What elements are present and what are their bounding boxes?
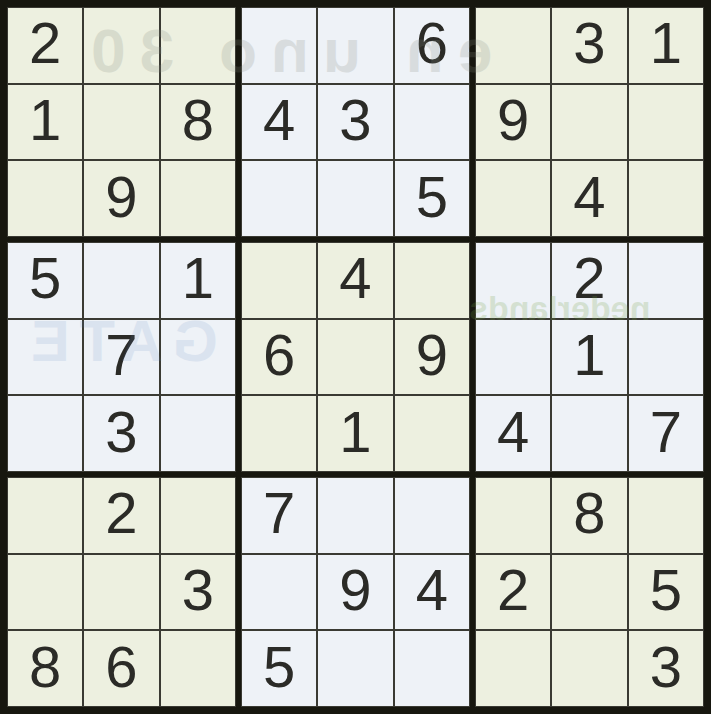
cell-r2c6[interactable] — [395, 85, 469, 160]
cell-r4c9[interactable] — [629, 243, 703, 318]
cell-r4c5[interactable]: 4 — [318, 243, 392, 318]
cell-r9c6[interactable] — [395, 631, 469, 706]
cell-r6c5[interactable]: 1 — [318, 396, 392, 471]
cell-r7c2[interactable]: 2 — [84, 478, 158, 553]
cell-r3c1[interactable] — [8, 161, 82, 236]
box-2: 6435 — [241, 7, 470, 237]
cell-r3c8[interactable]: 4 — [552, 161, 626, 236]
cell-r3c3[interactable] — [161, 161, 235, 236]
cell-r6c9[interactable]: 7 — [629, 396, 703, 471]
cell-r6c4[interactable] — [242, 396, 316, 471]
cell-r6c2[interactable]: 3 — [84, 396, 158, 471]
cell-r3c4[interactable] — [242, 161, 316, 236]
cell-r8c4[interactable] — [242, 555, 316, 630]
cell-r9c1[interactable]: 8 — [8, 631, 82, 706]
cell-r4c4[interactable] — [242, 243, 316, 318]
cell-r9c7[interactable] — [476, 631, 550, 706]
cell-r3c5[interactable] — [318, 161, 392, 236]
cell-r2c2[interactable] — [84, 85, 158, 160]
cell-r5c6[interactable]: 9 — [395, 320, 469, 395]
cell-r5c7[interactable] — [476, 320, 550, 395]
cell-r9c5[interactable] — [318, 631, 392, 706]
cell-r5c2[interactable]: 7 — [84, 320, 158, 395]
cell-r8c7[interactable]: 2 — [476, 555, 550, 630]
cell-r8c3[interactable]: 3 — [161, 555, 235, 630]
box-9: 8253 — [475, 477, 704, 707]
cell-r7c3[interactable] — [161, 478, 235, 553]
cell-r7c9[interactable] — [629, 478, 703, 553]
box-6: 2147 — [475, 242, 704, 472]
cell-r1c5[interactable] — [318, 8, 392, 83]
cell-r1c7[interactable] — [476, 8, 550, 83]
cell-r6c6[interactable] — [395, 396, 469, 471]
box-7: 2386 — [7, 477, 236, 707]
cell-r2c1[interactable]: 1 — [8, 85, 82, 160]
box-5: 4691 — [241, 242, 470, 472]
cell-r8c2[interactable] — [84, 555, 158, 630]
cell-r7c6[interactable] — [395, 478, 469, 553]
cell-r1c6[interactable]: 6 — [395, 8, 469, 83]
cell-r4c7[interactable] — [476, 243, 550, 318]
cell-r9c4[interactable]: 5 — [242, 631, 316, 706]
cell-r2c9[interactable] — [629, 85, 703, 160]
cell-r8c9[interactable]: 5 — [629, 555, 703, 630]
cell-r4c8[interactable]: 2 — [552, 243, 626, 318]
cell-r5c1[interactable] — [8, 320, 82, 395]
cell-r8c1[interactable] — [8, 555, 82, 630]
sudoku-grid: 218964353194517346912147238679458253 — [7, 7, 704, 707]
cell-r9c3[interactable] — [161, 631, 235, 706]
cell-r8c5[interactable]: 9 — [318, 555, 392, 630]
box-8: 7945 — [241, 477, 470, 707]
box-3: 3194 — [475, 7, 704, 237]
cell-r6c1[interactable] — [8, 396, 82, 471]
cell-r2c8[interactable] — [552, 85, 626, 160]
sudoku-board: en uno 30 GATE nederlands 21896435319451… — [0, 0, 711, 714]
cell-r4c2[interactable] — [84, 243, 158, 318]
cell-r6c8[interactable] — [552, 396, 626, 471]
cell-r9c8[interactable] — [552, 631, 626, 706]
cell-r2c5[interactable]: 3 — [318, 85, 392, 160]
cell-r1c4[interactable] — [242, 8, 316, 83]
cell-r3c2[interactable]: 9 — [84, 161, 158, 236]
cell-r9c9[interactable]: 3 — [629, 631, 703, 706]
cell-r2c4[interactable]: 4 — [242, 85, 316, 160]
cell-r5c8[interactable]: 1 — [552, 320, 626, 395]
cell-r5c3[interactable] — [161, 320, 235, 395]
cell-r1c9[interactable]: 1 — [629, 8, 703, 83]
cell-r5c5[interactable] — [318, 320, 392, 395]
cell-r4c3[interactable]: 1 — [161, 243, 235, 318]
cell-r1c3[interactable] — [161, 8, 235, 83]
cell-r3c9[interactable] — [629, 161, 703, 236]
box-4: 5173 — [7, 242, 236, 472]
cell-r6c3[interactable] — [161, 396, 235, 471]
cell-r9c2[interactable]: 6 — [84, 631, 158, 706]
cell-r2c7[interactable]: 9 — [476, 85, 550, 160]
cell-r3c6[interactable]: 5 — [395, 161, 469, 236]
cell-r4c6[interactable] — [395, 243, 469, 318]
cell-r1c1[interactable]: 2 — [8, 8, 82, 83]
cell-r7c7[interactable] — [476, 478, 550, 553]
cell-r7c4[interactable]: 7 — [242, 478, 316, 553]
cell-r7c8[interactable]: 8 — [552, 478, 626, 553]
cell-r8c6[interactable]: 4 — [395, 555, 469, 630]
cell-r6c7[interactable]: 4 — [476, 396, 550, 471]
cell-r2c3[interactable]: 8 — [161, 85, 235, 160]
cell-r1c8[interactable]: 3 — [552, 8, 626, 83]
cell-r4c1[interactable]: 5 — [8, 243, 82, 318]
cell-r3c7[interactable] — [476, 161, 550, 236]
cell-r5c9[interactable] — [629, 320, 703, 395]
cell-r7c1[interactable] — [8, 478, 82, 553]
cell-r8c8[interactable] — [552, 555, 626, 630]
cell-r1c2[interactable] — [84, 8, 158, 83]
box-1: 2189 — [7, 7, 236, 237]
cell-r7c5[interactable] — [318, 478, 392, 553]
cell-r5c4[interactable]: 6 — [242, 320, 316, 395]
